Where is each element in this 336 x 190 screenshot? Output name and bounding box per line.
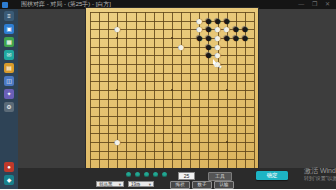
- grid-line: [254, 12, 255, 168]
- star-point: [171, 37, 173, 39]
- grid-line: [90, 116, 254, 117]
- folder-icon[interactable]: ▤: [4, 63, 14, 73]
- count-button[interactable]: 数子: [192, 181, 212, 190]
- grid-line: [90, 151, 254, 152]
- black-stone[interactable]: ●: [231, 34, 240, 43]
- settings-icon[interactable]: ⚙: [4, 102, 14, 112]
- side-select-value: 我执黑: [99, 182, 113, 187]
- sidebar-top-group: ≡▣▦✉▤◫✦⚙: [4, 11, 14, 112]
- sidebar-bottom-group: ●◆: [4, 162, 14, 185]
- nav-dot-button[interactable]: [153, 172, 158, 177]
- nav-dot-button[interactable]: [135, 172, 140, 177]
- nav-dot-button[interactable]: [126, 172, 131, 177]
- white-stone[interactable]: ●: [113, 138, 122, 147]
- bottom-toolbar: 25 工具 确定 我执黑 ▾ 19路 ▾ 悔棋 数子 认输: [18, 168, 336, 189]
- grid-line: [90, 159, 254, 160]
- nav-dot-button[interactable]: [162, 172, 167, 177]
- grid-line: [90, 99, 254, 100]
- help-icon[interactable]: ◆: [4, 175, 14, 185]
- chat-icon[interactable]: ✉: [4, 50, 14, 60]
- windows-activation-watermark: 激活 Windows 转到“设置”以激活 Windows。: [304, 167, 336, 181]
- white-stone[interactable]: ●: [113, 25, 122, 34]
- record-icon[interactable]: ●: [4, 162, 14, 172]
- app-window: 围棋对弈 - 对局 - (第25手) - [白方] — ❐ ✕ ≡▣▦✉▤◫✦⚙…: [0, 0, 336, 189]
- sidebar-rail: ≡▣▦✉▤◫✦⚙ ●◆: [0, 9, 18, 189]
- black-stone[interactable]: ●: [240, 34, 249, 43]
- size-select-value: 19路: [131, 182, 141, 187]
- watermark-line2: 转到“设置”以激活 Windows。: [304, 175, 336, 181]
- window-icon[interactable]: ▣: [4, 24, 14, 34]
- undo-button[interactable]: 悔棋: [170, 181, 190, 190]
- tools-icon[interactable]: ✦: [4, 89, 14, 99]
- size-select[interactable]: 19路 ▾: [128, 181, 154, 188]
- users-icon[interactable]: ◫: [4, 76, 14, 86]
- star-point: [226, 141, 228, 143]
- tool-button[interactable]: 工具: [208, 172, 232, 181]
- white-stone[interactable]: ●: [177, 42, 186, 51]
- star-point: [226, 89, 228, 91]
- go-board[interactable]: ●●●●●●●●●●●●●●●●●●●●●●✦●●: [86, 8, 258, 172]
- watermark-line1: 激活 Windows: [304, 167, 336, 175]
- star-point: [116, 37, 118, 39]
- board-icon[interactable]: ▦: [4, 37, 14, 47]
- white-stone[interactable]: ●: [195, 25, 204, 34]
- confirm-button[interactable]: 确定: [256, 171, 288, 180]
- resign-button[interactable]: 认输: [214, 181, 234, 190]
- app-icon: [2, 2, 8, 8]
- star-point: [171, 89, 173, 91]
- grid-line: [181, 12, 182, 168]
- last-move-marker: ✦: [218, 64, 223, 70]
- move-number-box[interactable]: 25: [178, 172, 195, 180]
- side-select[interactable]: 我执黑 ▾: [96, 181, 124, 188]
- star-point: [171, 141, 173, 143]
- grid-line: [90, 107, 254, 108]
- star-point: [116, 89, 118, 91]
- menu-icon[interactable]: ≡: [4, 11, 14, 21]
- white-stone[interactable]: ●: [222, 25, 231, 34]
- chevron-down-icon: ▾: [149, 182, 151, 189]
- nav-dot-button[interactable]: [144, 172, 149, 177]
- grid-line: [90, 125, 254, 126]
- window-controls[interactable]: — ❐ ✕: [298, 0, 333, 9]
- grid-line: [190, 12, 191, 168]
- chevron-down-icon: ▾: [119, 182, 121, 189]
- black-stone[interactable]: ●: [204, 51, 213, 60]
